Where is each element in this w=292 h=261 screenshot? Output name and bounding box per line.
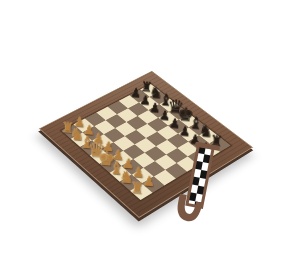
product-photo: ♜♞♝♛♚♝♞♜♟♟♟♟♟♟♟♟♟♟♟♟♟♟♟♟♜♞♝♛♚♝♞♜ (0, 0, 292, 261)
white-rook-a1: ♜ (57, 119, 78, 135)
square-c1: ♝ (80, 141, 102, 156)
black-rook-a8: ♜ (136, 79, 156, 94)
logo-j-stem (187, 145, 213, 207)
brand-logo-j (176, 141, 224, 233)
logo-j-group (176, 141, 220, 225)
square-a1: ♜ (61, 124, 82, 138)
